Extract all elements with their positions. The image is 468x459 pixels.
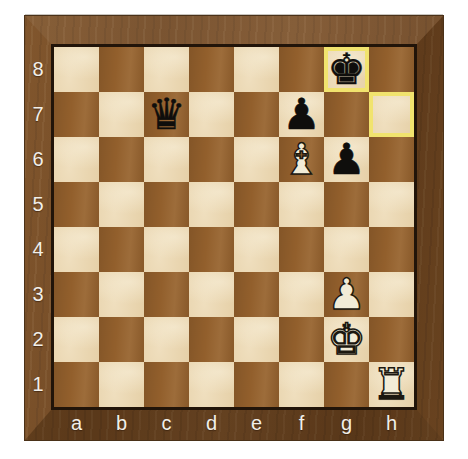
rank-label-8: 8	[25, 47, 51, 92]
square-a6[interactable]	[54, 137, 99, 182]
square-g4[interactable]	[324, 227, 369, 272]
square-a3[interactable]	[54, 272, 99, 317]
square-d8[interactable]	[189, 47, 234, 92]
file-label-c: c	[144, 410, 189, 440]
file-label-a: a	[54, 410, 99, 440]
file-label-e: e	[234, 410, 279, 440]
rank-label-1: 1	[25, 362, 51, 407]
square-a4[interactable]	[54, 227, 99, 272]
square-c5[interactable]	[144, 182, 189, 227]
square-g7[interactable]	[324, 92, 369, 137]
white-bishop-piece[interactable]: ♝	[279, 137, 324, 182]
square-b2[interactable]	[99, 317, 144, 362]
square-h5[interactable]	[369, 182, 414, 227]
square-d5[interactable]	[189, 182, 234, 227]
square-f5[interactable]	[279, 182, 324, 227]
square-f7[interactable]: ♟	[279, 92, 324, 137]
square-b3[interactable]	[99, 272, 144, 317]
square-e5[interactable]	[234, 182, 279, 227]
square-g6[interactable]: ♟	[324, 137, 369, 182]
square-b8[interactable]	[99, 47, 144, 92]
square-e8[interactable]	[234, 47, 279, 92]
rank-label-2: 2	[25, 317, 51, 362]
square-e6[interactable]	[234, 137, 279, 182]
square-a1[interactable]	[54, 362, 99, 407]
file-label-g: g	[324, 410, 369, 440]
rank-label-4: 4	[25, 227, 51, 272]
square-a7[interactable]	[54, 92, 99, 137]
square-e4[interactable]	[234, 227, 279, 272]
square-e1[interactable]	[234, 362, 279, 407]
square-f2[interactable]	[279, 317, 324, 362]
square-d6[interactable]	[189, 137, 234, 182]
square-c8[interactable]	[144, 47, 189, 92]
square-c3[interactable]	[144, 272, 189, 317]
square-b4[interactable]	[99, 227, 144, 272]
rank-label-7: 7	[25, 92, 51, 137]
square-f8[interactable]	[279, 47, 324, 92]
square-a5[interactable]	[54, 182, 99, 227]
square-h3[interactable]	[369, 272, 414, 317]
file-label-b: b	[99, 410, 144, 440]
square-b7[interactable]	[99, 92, 144, 137]
rank-label-3: 3	[25, 272, 51, 317]
square-g8[interactable]: ♚	[324, 47, 369, 92]
square-c7[interactable]: ♛	[144, 92, 189, 137]
square-h6[interactable]	[369, 137, 414, 182]
square-f3[interactable]	[279, 272, 324, 317]
square-f1[interactable]	[279, 362, 324, 407]
square-c2[interactable]	[144, 317, 189, 362]
square-b5[interactable]	[99, 182, 144, 227]
square-h8[interactable]	[369, 47, 414, 92]
square-c6[interactable]	[144, 137, 189, 182]
square-f4[interactable]	[279, 227, 324, 272]
rank-label-5: 5	[25, 182, 51, 227]
square-f6[interactable]: ♝	[279, 137, 324, 182]
square-a2[interactable]	[54, 317, 99, 362]
black-pawn-piece[interactable]: ♟	[324, 137, 369, 182]
square-b6[interactable]	[99, 137, 144, 182]
square-d1[interactable]	[189, 362, 234, 407]
rank-label-6: 6	[25, 137, 51, 182]
square-h1[interactable]: ♜	[369, 362, 414, 407]
black-pawn-piece[interactable]: ♟	[279, 92, 324, 137]
chess-board: ♚♛♟♝♟♟♚♜	[51, 44, 417, 410]
square-d3[interactable]	[189, 272, 234, 317]
square-e3[interactable]	[234, 272, 279, 317]
square-g3[interactable]: ♟	[324, 272, 369, 317]
file-label-f: f	[279, 410, 324, 440]
square-a8[interactable]	[54, 47, 99, 92]
square-d2[interactable]	[189, 317, 234, 362]
square-h2[interactable]	[369, 317, 414, 362]
square-d4[interactable]	[189, 227, 234, 272]
board-frame: ♚♛♟♝♟♟♚♜ 87654321 abcdefgh	[25, 16, 443, 440]
white-rook-piece[interactable]: ♜	[369, 362, 414, 407]
file-label-h: h	[369, 410, 414, 440]
square-h7[interactable]	[369, 92, 414, 137]
square-d7[interactable]	[189, 92, 234, 137]
square-c1[interactable]	[144, 362, 189, 407]
square-b1[interactable]	[99, 362, 144, 407]
black-king-piece[interactable]: ♚	[324, 47, 369, 92]
black-queen-piece[interactable]: ♛	[144, 92, 189, 137]
square-g1[interactable]	[324, 362, 369, 407]
file-label-d: d	[189, 410, 234, 440]
white-king-piece[interactable]: ♚	[324, 317, 369, 362]
square-e7[interactable]	[234, 92, 279, 137]
square-h4[interactable]	[369, 227, 414, 272]
white-pawn-piece[interactable]: ♟	[324, 272, 369, 317]
square-e2[interactable]	[234, 317, 279, 362]
square-g5[interactable]	[324, 182, 369, 227]
square-g2[interactable]: ♚	[324, 317, 369, 362]
square-c4[interactable]	[144, 227, 189, 272]
